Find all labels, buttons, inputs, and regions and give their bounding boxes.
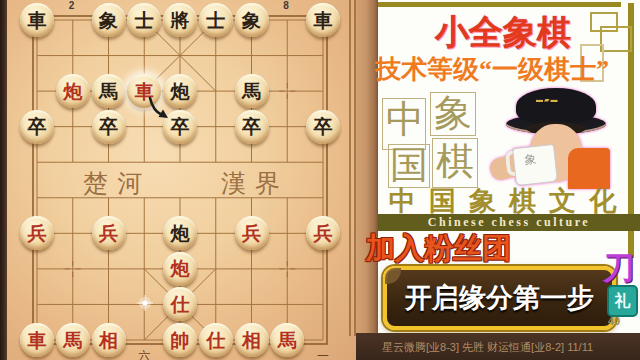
gift-count: 40 bbox=[608, 315, 620, 327]
match-status-bar: 星云微腾[业8-3] 先胜 财运恒通[业8-2] 11/11 bbox=[356, 333, 640, 360]
knife-sticker: 刀 bbox=[603, 246, 635, 290]
stream-title: 小全象棋 bbox=[378, 10, 628, 56]
board-wood-edge bbox=[356, 0, 378, 333]
promo-sidebar: 小全象棋 技术等级“一级棋士” 中 象 国 棋 ▬▰▬ 象 中国象棋文化 Chi… bbox=[378, 0, 640, 360]
match-status-text: 星云微腾[业8-3] 先胜 财运恒通[业8-2] 11/11 bbox=[382, 340, 593, 355]
join-fanclub-label[interactable]: 加入粉丝团 bbox=[366, 229, 511, 269]
cta-banner-button[interactable]: 开启缘分第一步 bbox=[383, 266, 616, 330]
bucket-hat bbox=[516, 88, 596, 124]
xiangqi-board[interactable]: 楚河 漢界 28六一 車象士將士象車炮馬車炮馬卒卒卒卒卒兵兵炮兵兵炮仕車馬相帥仕… bbox=[0, 0, 356, 360]
window-left-edge bbox=[0, 0, 7, 360]
last-move-arrow-layer bbox=[0, 0, 356, 360]
app-window: 楚河 漢界 28六一 車象士將士象車炮馬車炮馬卒卒卒卒卒兵兵炮兵兵炮仕車馬相帥仕… bbox=[0, 0, 640, 360]
gold-frame-top bbox=[378, 2, 621, 7]
gift-badge-icon[interactable]: 礼 bbox=[607, 285, 638, 317]
chinese-chess-logo: 中 象 国 棋 bbox=[380, 92, 480, 190]
white-mug: 象 bbox=[512, 144, 558, 186]
cta-banner-label: 开启缘分第一步 bbox=[387, 270, 612, 326]
hat-gold-text: ▬▰▬ bbox=[536, 96, 558, 104]
streamer-photo: ▬▰▬ 象 bbox=[468, 86, 610, 189]
stream-subtitle: 技术等级“一级棋士” bbox=[375, 52, 637, 87]
